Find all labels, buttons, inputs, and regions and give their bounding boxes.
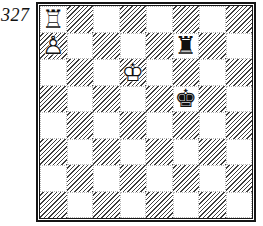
square-e2[interactable] bbox=[146, 165, 173, 192]
square-h8[interactable] bbox=[226, 6, 253, 33]
white-king-piece: ♚♔ bbox=[120, 59, 147, 86]
square-e4[interactable] bbox=[146, 112, 173, 139]
square-f8[interactable] bbox=[173, 6, 200, 33]
square-f5[interactable]: ♚ bbox=[173, 86, 200, 113]
square-a6[interactable] bbox=[40, 59, 67, 86]
square-a1[interactable] bbox=[40, 192, 67, 219]
square-a3[interactable] bbox=[40, 139, 67, 166]
square-e8[interactable] bbox=[146, 6, 173, 33]
square-g2[interactable] bbox=[199, 165, 226, 192]
square-b2[interactable] bbox=[67, 165, 94, 192]
square-g8[interactable] bbox=[199, 6, 226, 33]
white-rook-piece: ♜♖ bbox=[40, 6, 67, 33]
square-g5[interactable] bbox=[199, 86, 226, 113]
square-d2[interactable] bbox=[120, 165, 147, 192]
square-d3[interactable] bbox=[120, 139, 147, 166]
square-c7[interactable] bbox=[93, 33, 120, 60]
square-f1[interactable] bbox=[173, 192, 200, 219]
chessboard-inner-border: ♜♖♟♙♜♚♔♚ bbox=[39, 5, 253, 219]
square-c1[interactable] bbox=[93, 192, 120, 219]
square-b5[interactable] bbox=[67, 86, 94, 113]
square-g7[interactable] bbox=[199, 33, 226, 60]
square-a4[interactable] bbox=[40, 112, 67, 139]
square-c8[interactable] bbox=[93, 6, 120, 33]
square-b8[interactable] bbox=[67, 6, 94, 33]
square-e6[interactable] bbox=[146, 59, 173, 86]
square-e3[interactable] bbox=[146, 139, 173, 166]
square-b6[interactable] bbox=[67, 59, 94, 86]
square-d6[interactable]: ♚♔ bbox=[120, 59, 147, 86]
square-c2[interactable] bbox=[93, 165, 120, 192]
square-d7[interactable] bbox=[120, 33, 147, 60]
square-f2[interactable] bbox=[173, 165, 200, 192]
white-pawn-piece: ♟♙ bbox=[40, 33, 67, 60]
square-c3[interactable] bbox=[93, 139, 120, 166]
square-c6[interactable] bbox=[93, 59, 120, 86]
square-d5[interactable] bbox=[120, 86, 147, 113]
square-f4[interactable] bbox=[173, 112, 200, 139]
square-g4[interactable] bbox=[199, 112, 226, 139]
white-king-glyph: ♔ bbox=[122, 60, 144, 85]
square-a5[interactable] bbox=[40, 86, 67, 113]
square-g1[interactable] bbox=[199, 192, 226, 219]
square-d1[interactable] bbox=[120, 192, 147, 219]
square-e5[interactable] bbox=[146, 86, 173, 113]
square-f6[interactable] bbox=[173, 59, 200, 86]
square-f3[interactable] bbox=[173, 139, 200, 166]
square-h3[interactable] bbox=[226, 139, 253, 166]
square-h4[interactable] bbox=[226, 112, 253, 139]
square-g3[interactable] bbox=[199, 139, 226, 166]
square-g6[interactable] bbox=[199, 59, 226, 86]
black-king-piece: ♚ bbox=[173, 86, 200, 113]
square-c4[interactable] bbox=[93, 112, 120, 139]
chessboard-grid: ♜♖♟♙♜♚♔♚ bbox=[40, 6, 252, 218]
white-pawn-glyph: ♙ bbox=[42, 33, 64, 58]
chessboard: ♜♖♟♙♜♚♔♚ bbox=[36, 2, 256, 222]
black-rook-piece: ♜ bbox=[173, 33, 200, 60]
square-d8[interactable] bbox=[120, 6, 147, 33]
square-b7[interactable] bbox=[67, 33, 94, 60]
black-rook-glyph: ♜ bbox=[175, 33, 197, 58]
square-c5[interactable] bbox=[93, 86, 120, 113]
square-b1[interactable] bbox=[67, 192, 94, 219]
square-a7[interactable]: ♟♙ bbox=[40, 33, 67, 60]
white-rook-glyph: ♖ bbox=[42, 7, 64, 32]
square-h7[interactable] bbox=[226, 33, 253, 60]
square-b4[interactable] bbox=[67, 112, 94, 139]
problem-number: 327 bbox=[1, 5, 34, 26]
square-b3[interactable] bbox=[67, 139, 94, 166]
square-a8[interactable]: ♜♖ bbox=[40, 6, 67, 33]
square-h1[interactable] bbox=[226, 192, 253, 219]
square-h2[interactable] bbox=[226, 165, 253, 192]
square-h5[interactable] bbox=[226, 86, 253, 113]
black-king-glyph: ♚ bbox=[175, 86, 197, 111]
square-d4[interactable] bbox=[120, 112, 147, 139]
square-e7[interactable] bbox=[146, 33, 173, 60]
square-a2[interactable] bbox=[40, 165, 67, 192]
square-e1[interactable] bbox=[146, 192, 173, 219]
square-f7[interactable]: ♜ bbox=[173, 33, 200, 60]
square-h6[interactable] bbox=[226, 59, 253, 86]
